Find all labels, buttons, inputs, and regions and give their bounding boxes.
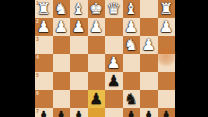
square-f4[interactable] bbox=[70, 54, 88, 72]
square-f3[interactable] bbox=[70, 36, 88, 54]
square-h1[interactable]: 1♜ bbox=[35, 0, 53, 18]
white-king[interactable]: ♚ bbox=[88, 0, 106, 18]
square-e2[interactable]: ♟ bbox=[88, 18, 106, 36]
square-c5[interactable] bbox=[123, 72, 141, 90]
white-pawn[interactable]: ♟ bbox=[53, 18, 71, 36]
square-f5[interactable] bbox=[70, 72, 88, 90]
rank-label-5: 5 bbox=[36, 73, 39, 78]
square-a7[interactable]: ♟ bbox=[158, 108, 176, 117]
square-a4[interactable] bbox=[158, 54, 176, 72]
square-c4[interactable] bbox=[123, 54, 141, 72]
black-knight[interactable]: ♞ bbox=[123, 90, 141, 108]
square-d1[interactable]: ♛ bbox=[105, 0, 123, 18]
square-a6[interactable] bbox=[158, 90, 176, 108]
square-b4[interactable] bbox=[140, 54, 158, 72]
white-rook[interactable]: ♜ bbox=[35, 0, 53, 18]
square-d3[interactable] bbox=[105, 36, 123, 54]
white-bishop[interactable]: ♝ bbox=[123, 0, 141, 18]
white-bishop[interactable]: ♝ bbox=[70, 0, 88, 18]
white-pawn[interactable]: ♟ bbox=[140, 36, 158, 54]
white-pawn[interactable]: ♟ bbox=[88, 18, 106, 36]
square-e1[interactable]: ♚ bbox=[88, 0, 106, 18]
square-a3[interactable] bbox=[158, 36, 176, 54]
white-rook[interactable]: ♜ bbox=[158, 0, 176, 18]
square-b3[interactable]: ♟ bbox=[140, 36, 158, 54]
square-d6[interactable] bbox=[105, 90, 123, 108]
square-g7[interactable]: ♟ bbox=[53, 108, 71, 117]
black-pawn[interactable]: ♟ bbox=[88, 90, 106, 108]
rank-label-6: 6 bbox=[36, 91, 39, 96]
square-h4[interactable]: 4 bbox=[35, 54, 53, 72]
square-f6[interactable] bbox=[70, 90, 88, 108]
square-e5[interactable] bbox=[88, 72, 106, 90]
square-g5[interactable] bbox=[53, 72, 71, 90]
chess-app-viewport: 1♜♞♝♚♛♝♜2♟♟♟♟♟♟3♞♟4♟5♟6♟♞7♟♟♟♟♟♟8 bbox=[0, 0, 208, 117]
square-f1[interactable]: ♝ bbox=[70, 0, 88, 18]
square-f7[interactable]: ♟ bbox=[70, 108, 88, 117]
black-pawn[interactable]: ♟ bbox=[123, 108, 141, 117]
black-pawn[interactable]: ♟ bbox=[140, 108, 158, 117]
square-e6[interactable]: ♟ bbox=[88, 90, 106, 108]
square-h6[interactable]: 6 bbox=[35, 90, 53, 108]
white-pawn[interactable]: ♟ bbox=[123, 18, 141, 36]
square-d5[interactable]: ♟ bbox=[105, 72, 123, 90]
square-f2[interactable]: ♟ bbox=[70, 18, 88, 36]
square-h3[interactable]: 3 bbox=[35, 36, 53, 54]
square-b5[interactable] bbox=[140, 72, 158, 90]
square-c2[interactable]: ♟ bbox=[123, 18, 141, 36]
square-h7[interactable]: 7♟ bbox=[35, 108, 53, 117]
square-g3[interactable] bbox=[53, 36, 71, 54]
black-pawn[interactable]: ♟ bbox=[105, 72, 123, 90]
square-c7[interactable]: ♟ bbox=[123, 108, 141, 117]
square-g4[interactable] bbox=[53, 54, 71, 72]
square-b6[interactable] bbox=[140, 90, 158, 108]
square-e3[interactable] bbox=[88, 36, 106, 54]
square-h2[interactable]: 2♟ bbox=[35, 18, 53, 36]
square-c1[interactable]: ♝ bbox=[123, 0, 141, 18]
square-d7[interactable] bbox=[105, 108, 123, 117]
square-c6[interactable]: ♞ bbox=[123, 90, 141, 108]
square-d2[interactable] bbox=[105, 18, 123, 36]
square-a5[interactable] bbox=[158, 72, 176, 90]
square-a1[interactable]: ♜ bbox=[158, 0, 176, 18]
white-pawn[interactable]: ♟ bbox=[105, 54, 123, 72]
chess-board[interactable]: 1♜♞♝♚♛♝♜2♟♟♟♟♟♟3♞♟4♟5♟6♟♞7♟♟♟♟♟♟8 bbox=[35, 0, 175, 117]
square-a2[interactable]: ♟ bbox=[158, 18, 176, 36]
black-pawn[interactable]: ♟ bbox=[35, 108, 53, 117]
square-e7[interactable] bbox=[88, 108, 106, 117]
white-knight[interactable]: ♞ bbox=[123, 36, 141, 54]
white-knight[interactable]: ♞ bbox=[53, 0, 71, 18]
black-pawn[interactable]: ♟ bbox=[53, 108, 71, 117]
white-pawn[interactable]: ♟ bbox=[158, 18, 176, 36]
square-b1[interactable] bbox=[140, 0, 158, 18]
white-queen[interactable]: ♛ bbox=[105, 0, 123, 18]
white-pawn[interactable]: ♟ bbox=[70, 18, 88, 36]
square-g1[interactable]: ♞ bbox=[53, 0, 71, 18]
square-h5[interactable]: 5 bbox=[35, 72, 53, 90]
black-pawn[interactable]: ♟ bbox=[70, 108, 88, 117]
black-pawn[interactable]: ♟ bbox=[158, 108, 176, 117]
square-g2[interactable]: ♟ bbox=[53, 18, 71, 36]
square-e4[interactable] bbox=[88, 54, 106, 72]
square-g6[interactable] bbox=[53, 90, 71, 108]
white-pawn[interactable]: ♟ bbox=[35, 18, 53, 36]
rank-label-4: 4 bbox=[36, 55, 39, 60]
square-b7[interactable]: ♟ bbox=[140, 108, 158, 117]
square-d4[interactable]: ♟ bbox=[105, 54, 123, 72]
square-b2[interactable] bbox=[140, 18, 158, 36]
square-c3[interactable]: ♞ bbox=[123, 36, 141, 54]
rank-label-3: 3 bbox=[36, 37, 39, 42]
